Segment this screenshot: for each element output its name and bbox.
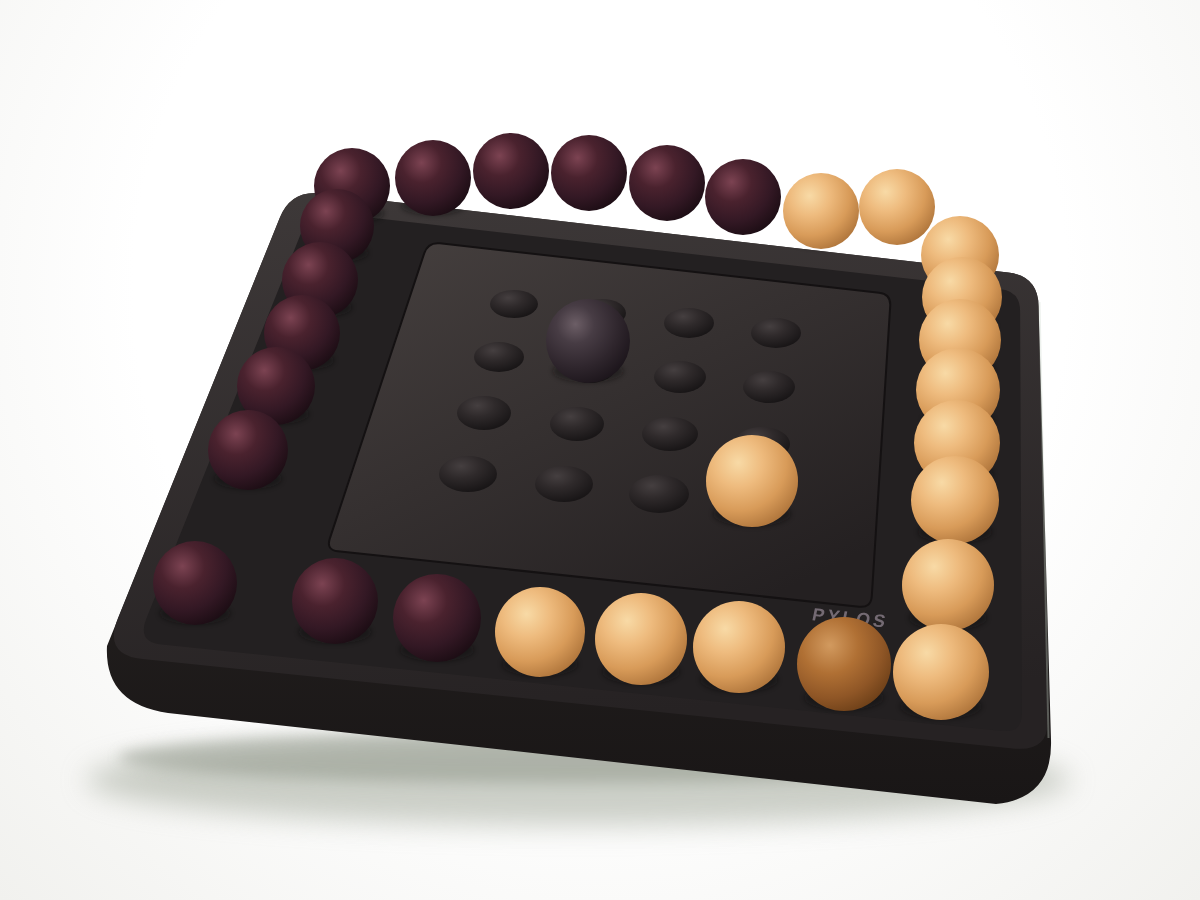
dimple-r4c1[interactable] — [439, 456, 497, 492]
board-ball-light-r4c4[interactable] — [706, 435, 798, 527]
light-reserve-ball-8[interactable] — [911, 456, 999, 544]
dark-reserve-ball-6[interactable] — [705, 159, 781, 235]
dark-reserve-ball-14[interactable] — [393, 574, 481, 662]
dimple-r3c2[interactable] — [550, 407, 604, 441]
light-reserve-ball-10[interactable] — [893, 624, 989, 720]
light-reserve-ball-12[interactable] — [595, 593, 687, 685]
dimple-r3c3[interactable] — [642, 417, 698, 451]
dimple-r1c1[interactable] — [490, 290, 538, 318]
dark-reserve-ball-12[interactable] — [153, 541, 237, 625]
dimple-r2c4[interactable] — [743, 371, 795, 403]
light-reserve-ball-14[interactable] — [797, 617, 891, 711]
dark-reserve-ball-11[interactable] — [208, 410, 288, 490]
dimple-r4c2[interactable] — [535, 466, 593, 502]
pylos-scene: PYLOS — [0, 0, 1200, 900]
light-reserve-ball-9[interactable] — [902, 539, 994, 631]
light-reserve-ball-11[interactable] — [495, 587, 585, 677]
dark-reserve-ball-4[interactable] — [551, 135, 627, 211]
board-ball-dark-r2c2[interactable] — [546, 299, 630, 383]
light-reserve-ball-1[interactable] — [783, 173, 859, 249]
dark-reserve-ball-3[interactable] — [473, 133, 549, 209]
dimple-r4c3[interactable] — [629, 475, 689, 513]
dark-reserve-ball-2[interactable] — [395, 140, 471, 216]
dark-reserve-ball-5[interactable] — [629, 145, 705, 221]
board-platform — [329, 243, 890, 607]
dimple-r3c1[interactable] — [457, 396, 511, 430]
dimple-r1c4[interactable] — [751, 318, 801, 348]
dark-reserve-ball-13[interactable] — [292, 558, 378, 644]
dimple-r1c3[interactable] — [664, 308, 714, 338]
dimple-r2c1[interactable] — [474, 342, 524, 372]
light-reserve-ball-13[interactable] — [693, 601, 785, 693]
pylos-board-photo: PYLOS — [0, 0, 1200, 900]
light-reserve-ball-2[interactable] — [859, 169, 935, 245]
dimple-r2c3[interactable] — [654, 361, 706, 393]
